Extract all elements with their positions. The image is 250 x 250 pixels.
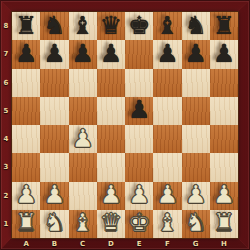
- rank-label-8: 8: [0, 12, 12, 40]
- file-label-g: G: [182, 237, 210, 250]
- white-pawn[interactable]: ♟: [128, 182, 150, 207]
- square-a4[interactable]: [12, 125, 40, 153]
- chess-board: ♜♞♝♛♚♝♞♜♟♟♟♟♟♟♟♟♟♟♟♟♟♟♟♟♜♞♝♛♚♝♞♜: [12, 12, 238, 238]
- white-pawn[interactable]: ♟: [213, 182, 235, 207]
- square-d6[interactable]: [97, 69, 125, 97]
- rank-label-1: 1: [0, 210, 12, 238]
- white-bishop[interactable]: ♝: [71, 210, 93, 235]
- square-b1[interactable]: ♞: [40, 210, 68, 238]
- square-b3[interactable]: [40, 153, 68, 181]
- white-pawn[interactable]: ♟: [184, 182, 206, 207]
- file-label-d: D: [97, 237, 125, 250]
- square-f7[interactable]: ♟: [153, 40, 181, 68]
- square-f6[interactable]: [153, 69, 181, 97]
- square-h1[interactable]: ♜: [210, 210, 238, 238]
- square-g6[interactable]: [182, 69, 210, 97]
- file-label-b: B: [40, 237, 68, 250]
- square-f4[interactable]: [153, 125, 181, 153]
- black-pawn[interactable]: ♟: [156, 41, 178, 66]
- white-pawn[interactable]: ♟: [71, 126, 93, 151]
- square-b7[interactable]: ♟: [40, 40, 68, 68]
- square-b4[interactable]: [40, 125, 68, 153]
- black-pawn[interactable]: ♟: [71, 41, 93, 66]
- square-h6[interactable]: [210, 69, 238, 97]
- chess-app: { "game": "chess", "position": { "fen": …: [0, 0, 250, 250]
- file-label-f: F: [153, 237, 181, 250]
- white-rook[interactable]: ♜: [213, 210, 235, 235]
- square-a5[interactable]: [12, 97, 40, 125]
- square-a1[interactable]: ♜: [12, 210, 40, 238]
- white-king[interactable]: ♚: [128, 210, 150, 235]
- square-d1[interactable]: ♛: [97, 210, 125, 238]
- square-g1[interactable]: ♞: [182, 210, 210, 238]
- square-d8[interactable]: ♛: [97, 12, 125, 40]
- square-c1[interactable]: ♝: [69, 210, 97, 238]
- file-label-h: H: [210, 237, 238, 250]
- square-a8[interactable]: ♜: [12, 12, 40, 40]
- white-pawn[interactable]: ♟: [15, 182, 37, 207]
- square-f1[interactable]: ♝: [153, 210, 181, 238]
- square-h7[interactable]: ♟: [210, 40, 238, 68]
- black-rook[interactable]: ♜: [213, 13, 235, 38]
- rank-label-5: 5: [0, 97, 12, 125]
- white-pawn[interactable]: ♟: [43, 182, 65, 207]
- square-g5[interactable]: [182, 97, 210, 125]
- rank-label-4: 4: [0, 125, 12, 153]
- square-c4[interactable]: ♟: [69, 125, 97, 153]
- rank-label-6: 6: [0, 69, 12, 97]
- square-g4[interactable]: [182, 125, 210, 153]
- square-b8[interactable]: ♞: [40, 12, 68, 40]
- black-knight[interactable]: ♞: [43, 13, 65, 38]
- square-e2[interactable]: ♟: [125, 182, 153, 210]
- square-d7[interactable]: ♟: [97, 40, 125, 68]
- square-d3[interactable]: [97, 153, 125, 181]
- square-g7[interactable]: ♟: [182, 40, 210, 68]
- square-a3[interactable]: [12, 153, 40, 181]
- black-pawn[interactable]: ♟: [128, 97, 150, 122]
- black-king[interactable]: ♚: [128, 13, 150, 38]
- black-bishop[interactable]: ♝: [156, 13, 178, 38]
- black-pawn[interactable]: ♟: [100, 41, 122, 66]
- black-queen[interactable]: ♛: [100, 13, 122, 38]
- square-f2[interactable]: ♟: [153, 182, 181, 210]
- white-queen[interactable]: ♛: [100, 210, 122, 235]
- square-f5[interactable]: [153, 97, 181, 125]
- file-label-e: E: [125, 237, 153, 250]
- white-pawn[interactable]: ♟: [156, 182, 178, 207]
- square-e5[interactable]: ♟: [125, 97, 153, 125]
- square-h5[interactable]: [210, 97, 238, 125]
- square-c3[interactable]: [69, 153, 97, 181]
- square-g8[interactable]: ♞: [182, 12, 210, 40]
- black-pawn[interactable]: ♟: [184, 41, 206, 66]
- white-pawn[interactable]: ♟: [100, 182, 122, 207]
- square-a6[interactable]: [12, 69, 40, 97]
- white-knight[interactable]: ♞: [43, 210, 65, 235]
- square-b2[interactable]: ♟: [40, 182, 68, 210]
- square-e6[interactable]: [125, 69, 153, 97]
- square-h8[interactable]: ♜: [210, 12, 238, 40]
- square-c8[interactable]: ♝: [69, 12, 97, 40]
- square-e8[interactable]: ♚: [125, 12, 153, 40]
- file-label-c: C: [69, 237, 97, 250]
- square-b5[interactable]: [40, 97, 68, 125]
- square-c6[interactable]: [69, 69, 97, 97]
- square-e7[interactable]: [125, 40, 153, 68]
- square-h3[interactable]: [210, 153, 238, 181]
- rank-label-2: 2: [0, 182, 12, 210]
- black-pawn[interactable]: ♟: [43, 41, 65, 66]
- square-h4[interactable]: [210, 125, 238, 153]
- square-f8[interactable]: ♝: [153, 12, 181, 40]
- square-a7[interactable]: ♟: [12, 40, 40, 68]
- file-label-a: A: [12, 237, 40, 250]
- white-bishop[interactable]: ♝: [156, 210, 178, 235]
- square-g3[interactable]: [182, 153, 210, 181]
- black-pawn[interactable]: ♟: [213, 41, 235, 66]
- square-d4[interactable]: [97, 125, 125, 153]
- rank-label-7: 7: [0, 40, 12, 68]
- square-d5[interactable]: [97, 97, 125, 125]
- black-pawn[interactable]: ♟: [15, 41, 37, 66]
- square-e3[interactable]: [125, 153, 153, 181]
- black-rook[interactable]: ♜: [15, 13, 37, 38]
- square-b6[interactable]: [40, 69, 68, 97]
- square-f3[interactable]: [153, 153, 181, 181]
- black-bishop[interactable]: ♝: [71, 13, 93, 38]
- black-knight[interactable]: ♞: [184, 13, 206, 38]
- square-g2[interactable]: ♟: [182, 182, 210, 210]
- square-c2[interactable]: [69, 182, 97, 210]
- white-knight[interactable]: ♞: [184, 210, 206, 235]
- square-c7[interactable]: ♟: [69, 40, 97, 68]
- white-rook[interactable]: ♜: [15, 210, 37, 235]
- rank-label-3: 3: [0, 153, 12, 181]
- square-a2[interactable]: ♟: [12, 182, 40, 210]
- square-d2[interactable]: ♟: [97, 182, 125, 210]
- square-e4[interactable]: [125, 125, 153, 153]
- square-e1[interactable]: ♚: [125, 210, 153, 238]
- square-h2[interactable]: ♟: [210, 182, 238, 210]
- square-c5[interactable]: [69, 97, 97, 125]
